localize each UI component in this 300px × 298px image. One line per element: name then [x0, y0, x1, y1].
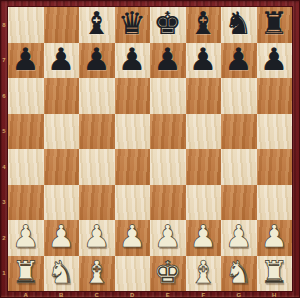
square-h7[interactable]: ♟ [257, 43, 293, 79]
square-a4[interactable] [8, 149, 44, 185]
square-g7[interactable]: ♟ [221, 43, 257, 79]
rank-label-3: 3 [0, 185, 8, 221]
square-e1[interactable]: ♚ [150, 256, 186, 292]
piece-black-knight: ♞ [225, 8, 253, 39]
square-f5[interactable] [186, 114, 222, 150]
piece-white-pawn: ♟ [225, 221, 253, 252]
square-c7[interactable]: ♟ [79, 43, 115, 79]
square-b4[interactable] [44, 149, 80, 185]
piece-white-bishop: ♝ [189, 257, 217, 288]
file-label-d: D [115, 291, 151, 298]
square-a8[interactable] [8, 7, 44, 43]
piece-black-pawn: ♟ [118, 44, 146, 75]
piece-black-pawn: ♟ [225, 44, 253, 75]
square-g2[interactable]: ♟ [221, 220, 257, 256]
piece-white-king: ♚ [154, 257, 182, 288]
file-label-h: H [257, 291, 293, 298]
square-e3[interactable] [150, 185, 186, 221]
piece-white-pawn: ♟ [118, 221, 146, 252]
square-b5[interactable] [44, 114, 80, 150]
square-d6[interactable] [115, 78, 151, 114]
file-label-f: F [186, 291, 222, 298]
piece-black-pawn: ♟ [189, 44, 217, 75]
square-d2[interactable]: ♟ [115, 220, 151, 256]
square-b6[interactable] [44, 78, 80, 114]
piece-white-knight: ♞ [225, 257, 253, 288]
square-a2[interactable]: ♟ [8, 220, 44, 256]
piece-white-rook: ♜ [12, 257, 40, 288]
rank-label-7: 7 [0, 43, 8, 79]
square-h5[interactable] [257, 114, 293, 150]
square-a7[interactable]: ♟ [8, 43, 44, 79]
square-h8[interactable]: ♜ [257, 7, 293, 43]
piece-white-pawn: ♟ [189, 221, 217, 252]
square-a6[interactable] [8, 78, 44, 114]
square-f8[interactable]: ♝ [186, 7, 222, 43]
square-f2[interactable]: ♟ [186, 220, 222, 256]
square-b7[interactable]: ♟ [44, 43, 80, 79]
piece-black-pawn: ♟ [83, 44, 111, 75]
square-c6[interactable] [79, 78, 115, 114]
square-g8[interactable]: ♞ [221, 7, 257, 43]
square-c4[interactable] [79, 149, 115, 185]
piece-black-pawn: ♟ [12, 44, 40, 75]
square-e6[interactable] [150, 78, 186, 114]
file-labels: ABCDEFGH [8, 291, 292, 298]
rank-label-1: 1 [0, 256, 8, 292]
piece-white-pawn: ♟ [260, 221, 288, 252]
piece-white-rook: ♜ [260, 257, 288, 288]
square-g1[interactable]: ♞ [221, 256, 257, 292]
square-b3[interactable] [44, 185, 80, 221]
square-g5[interactable] [221, 114, 257, 150]
square-b1[interactable]: ♞ [44, 256, 80, 292]
square-e4[interactable] [150, 149, 186, 185]
piece-black-pawn: ♟ [154, 44, 182, 75]
file-label-b: B [44, 291, 80, 298]
square-h1[interactable]: ♜ [257, 256, 293, 292]
square-d5[interactable] [115, 114, 151, 150]
piece-black-pawn: ♟ [260, 44, 288, 75]
piece-white-pawn: ♟ [47, 221, 75, 252]
square-g6[interactable] [221, 78, 257, 114]
piece-black-bishop: ♝ [189, 8, 217, 39]
square-g3[interactable] [221, 185, 257, 221]
piece-white-pawn: ♟ [12, 221, 40, 252]
square-c3[interactable] [79, 185, 115, 221]
square-h3[interactable] [257, 185, 293, 221]
square-f7[interactable]: ♟ [186, 43, 222, 79]
square-a5[interactable] [8, 114, 44, 150]
square-d3[interactable] [115, 185, 151, 221]
piece-black-rook: ♜ [260, 8, 288, 39]
square-c5[interactable] [79, 114, 115, 150]
piece-white-knight: ♞ [47, 257, 75, 288]
file-label-e: E [150, 291, 186, 298]
square-e2[interactable]: ♟ [150, 220, 186, 256]
rank-labels: 87654321 [0, 7, 8, 291]
rank-label-5: 5 [0, 114, 8, 150]
rank-label-4: 4 [0, 149, 8, 185]
square-c2[interactable]: ♟ [79, 220, 115, 256]
square-a1[interactable]: ♜ [8, 256, 44, 292]
file-label-c: C [79, 291, 115, 298]
chess-board-frame: 87654321 ABCDEFGH ♝♛♚♝♞♜♟♟♟♟♟♟♟♟♟♟♟♟♟♟♟♟… [0, 0, 300, 298]
rank-label-6: 6 [0, 78, 8, 114]
square-b2[interactable]: ♟ [44, 220, 80, 256]
square-h2[interactable]: ♟ [257, 220, 293, 256]
square-e5[interactable] [150, 114, 186, 150]
square-f4[interactable] [186, 149, 222, 185]
square-g4[interactable] [221, 149, 257, 185]
square-e8[interactable]: ♚ [150, 7, 186, 43]
square-f6[interactable] [186, 78, 222, 114]
piece-black-bishop: ♝ [83, 8, 111, 39]
square-d7[interactable]: ♟ [115, 43, 151, 79]
square-a3[interactable] [8, 185, 44, 221]
square-f3[interactable] [186, 185, 222, 221]
square-d8[interactable]: ♛ [115, 7, 151, 43]
piece-white-bishop: ♝ [83, 257, 111, 288]
piece-white-pawn: ♟ [154, 221, 182, 252]
square-d1[interactable] [115, 256, 151, 292]
chess-board: ♝♛♚♝♞♜♟♟♟♟♟♟♟♟♟♟♟♟♟♟♟♟♜♞♝♚♝♞♜ [8, 7, 292, 291]
square-f1[interactable]: ♝ [186, 256, 222, 292]
file-label-a: A [8, 291, 44, 298]
piece-black-king: ♚ [154, 8, 182, 39]
rank-label-8: 8 [0, 7, 8, 43]
piece-black-pawn: ♟ [47, 44, 75, 75]
square-h6[interactable] [257, 78, 293, 114]
square-h4[interactable] [257, 149, 293, 185]
piece-black-queen: ♛ [118, 8, 146, 39]
square-c8[interactable]: ♝ [79, 7, 115, 43]
square-b8[interactable] [44, 7, 80, 43]
rank-label-2: 2 [0, 220, 8, 256]
piece-white-pawn: ♟ [83, 221, 111, 252]
square-e7[interactable]: ♟ [150, 43, 186, 79]
square-c1[interactable]: ♝ [79, 256, 115, 292]
file-label-g: G [221, 291, 257, 298]
square-d4[interactable] [115, 149, 151, 185]
